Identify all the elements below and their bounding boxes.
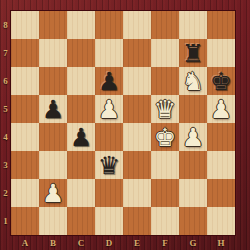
square-f8[interactable] xyxy=(151,11,179,39)
square-f4[interactable]: ♚ xyxy=(151,123,179,151)
square-e8[interactable] xyxy=(123,11,151,39)
square-e4[interactable] xyxy=(123,123,151,151)
rank-label-7: 7 xyxy=(0,39,11,67)
square-f1[interactable] xyxy=(151,207,179,235)
black-pawn[interactable]: ♟ xyxy=(42,97,64,122)
white-king[interactable]: ♚ xyxy=(154,125,176,150)
square-g8[interactable] xyxy=(179,11,207,39)
square-h6[interactable]: ♚ xyxy=(207,67,235,95)
square-g6[interactable]: ♞ xyxy=(179,67,207,95)
square-d7[interactable] xyxy=(95,39,123,67)
square-d1[interactable] xyxy=(95,207,123,235)
square-b5[interactable]: ♟ xyxy=(39,95,67,123)
square-g1[interactable] xyxy=(179,207,207,235)
white-pawn[interactable]: ♟ xyxy=(98,97,120,122)
square-c3[interactable] xyxy=(67,151,95,179)
square-e6[interactable] xyxy=(123,67,151,95)
square-d2[interactable] xyxy=(95,179,123,207)
square-h7[interactable] xyxy=(207,39,235,67)
square-a1[interactable] xyxy=(11,207,39,235)
file-label-f: F xyxy=(151,235,179,250)
square-e7[interactable] xyxy=(123,39,151,67)
square-g4[interactable]: ♟ xyxy=(179,123,207,151)
square-f3[interactable] xyxy=(151,151,179,179)
chess-board: ♜♟♞♚♟♟♛♟♟♚♟♛♟ xyxy=(11,11,235,235)
white-pawn[interactable]: ♟ xyxy=(182,125,204,150)
square-f6[interactable] xyxy=(151,67,179,95)
square-e5[interactable] xyxy=(123,95,151,123)
square-h3[interactable] xyxy=(207,151,235,179)
square-d6[interactable]: ♟ xyxy=(95,67,123,95)
square-e3[interactable] xyxy=(123,151,151,179)
square-c4[interactable]: ♟ xyxy=(67,123,95,151)
white-knight[interactable]: ♞ xyxy=(182,69,204,94)
square-h1[interactable] xyxy=(207,207,235,235)
square-c8[interactable] xyxy=(67,11,95,39)
square-c2[interactable] xyxy=(67,179,95,207)
square-a2[interactable] xyxy=(11,179,39,207)
file-label-b: B xyxy=(39,235,67,250)
black-king[interactable]: ♚ xyxy=(210,69,232,94)
square-e2[interactable] xyxy=(123,179,151,207)
square-d3[interactable]: ♛ xyxy=(95,151,123,179)
file-label-a: A xyxy=(11,235,39,250)
file-label-h: H xyxy=(207,235,235,250)
square-h8[interactable] xyxy=(207,11,235,39)
black-queen[interactable]: ♛ xyxy=(98,153,120,178)
square-d8[interactable] xyxy=(95,11,123,39)
rank-label-2: 2 xyxy=(0,179,11,207)
square-b7[interactable] xyxy=(39,39,67,67)
board-frame: ♜♟♞♚♟♟♛♟♟♚♟♛♟ 8 7 6 5 4 3 2 1 A B C D E … xyxy=(0,0,250,250)
file-label-e: E xyxy=(123,235,151,250)
square-c5[interactable] xyxy=(67,95,95,123)
square-b1[interactable] xyxy=(39,207,67,235)
square-a8[interactable] xyxy=(11,11,39,39)
white-pawn[interactable]: ♟ xyxy=(42,181,64,206)
square-b2[interactable]: ♟ xyxy=(39,179,67,207)
file-label-c: C xyxy=(67,235,95,250)
black-pawn[interactable]: ♟ xyxy=(70,125,92,150)
square-f5[interactable]: ♛ xyxy=(151,95,179,123)
square-f7[interactable] xyxy=(151,39,179,67)
white-queen[interactable]: ♛ xyxy=(154,97,176,122)
rank-label-6: 6 xyxy=(0,67,11,95)
rank-labels: 8 7 6 5 4 3 2 1 xyxy=(0,11,11,235)
square-a7[interactable] xyxy=(11,39,39,67)
square-e1[interactable] xyxy=(123,207,151,235)
square-g2[interactable] xyxy=(179,179,207,207)
square-a3[interactable] xyxy=(11,151,39,179)
white-pawn[interactable]: ♟ xyxy=(210,97,232,122)
square-d5[interactable]: ♟ xyxy=(95,95,123,123)
square-g3[interactable] xyxy=(179,151,207,179)
square-g5[interactable] xyxy=(179,95,207,123)
file-label-g: G xyxy=(179,235,207,250)
square-h5[interactable]: ♟ xyxy=(207,95,235,123)
rank-label-1: 1 xyxy=(0,207,11,235)
rank-label-3: 3 xyxy=(0,151,11,179)
square-b3[interactable] xyxy=(39,151,67,179)
square-c6[interactable] xyxy=(67,67,95,95)
rank-label-8: 8 xyxy=(0,11,11,39)
square-h4[interactable] xyxy=(207,123,235,151)
square-a4[interactable] xyxy=(11,123,39,151)
square-c7[interactable] xyxy=(67,39,95,67)
square-g7[interactable]: ♜ xyxy=(179,39,207,67)
file-label-d: D xyxy=(95,235,123,250)
rank-label-5: 5 xyxy=(0,95,11,123)
square-d4[interactable] xyxy=(95,123,123,151)
square-b8[interactable] xyxy=(39,11,67,39)
rank-label-4: 4 xyxy=(0,123,11,151)
square-b4[interactable] xyxy=(39,123,67,151)
square-a6[interactable] xyxy=(11,67,39,95)
black-rook[interactable]: ♜ xyxy=(182,41,204,66)
file-labels: A B C D E F G H xyxy=(11,235,235,250)
square-f2[interactable] xyxy=(151,179,179,207)
square-h2[interactable] xyxy=(207,179,235,207)
square-c1[interactable] xyxy=(67,207,95,235)
square-b6[interactable] xyxy=(39,67,67,95)
black-pawn[interactable]: ♟ xyxy=(98,69,120,94)
square-a5[interactable] xyxy=(11,95,39,123)
